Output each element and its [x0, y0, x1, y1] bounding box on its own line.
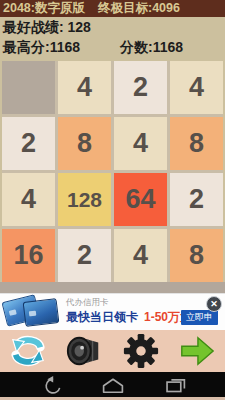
board-bottom-strip — [0, 282, 225, 293]
app-title: 2048:数字原版 — [3, 0, 85, 17]
nav-recents-button[interactable] — [162, 374, 188, 396]
best-score-label: 最好战绩: 128 — [3, 19, 91, 37]
tile-empty — [2, 61, 55, 114]
tile-2: 2 — [170, 173, 223, 226]
credit-card-image-front — [23, 298, 60, 327]
score-label: 分数:1168 — [120, 39, 183, 57]
ad-category: 代办信用卡 — [66, 297, 204, 307]
tile-4: 4 — [58, 61, 111, 114]
tile-128: 128 — [58, 173, 111, 226]
home-icon — [100, 374, 126, 396]
gear-icon — [122, 332, 160, 370]
title-bar: 2048:数字原版 终极目标:4096 — [0, 0, 225, 17]
tile-64: 64 — [114, 173, 167, 226]
score-panel: 最好战绩: 128 最高分:1168 分数:1168 — [0, 17, 225, 58]
speaker-icon — [64, 332, 104, 370]
goal-label: 终极目标:4096 — [98, 0, 180, 17]
restart-button[interactable] — [6, 331, 50, 371]
tile-4: 4 — [114, 117, 167, 170]
ad-banner[interactable]: 代办信用卡 最快当日领卡 1-50万大额 立即申 ✕ — [0, 293, 225, 330]
tile-4: 4 — [170, 61, 223, 114]
green-arrow-icon — [178, 332, 216, 370]
highscore-label: 最高分:1168 — [3, 39, 80, 57]
sound-button[interactable] — [62, 331, 106, 371]
settings-button[interactable] — [119, 331, 163, 371]
best-score-line: 最好战绩: 128 — [3, 18, 222, 38]
tile-2: 2 — [58, 229, 111, 282]
current-score-line: 最高分:1168 分数:1168 — [3, 38, 222, 58]
toolbar — [0, 330, 225, 372]
close-icon: ✕ — [210, 300, 218, 309]
tile-16: 16 — [2, 229, 55, 282]
tile-8: 8 — [58, 117, 111, 170]
nav-back-button[interactable] — [38, 374, 64, 396]
forward-button[interactable] — [175, 331, 219, 371]
nav-home-button[interactable] — [100, 374, 126, 396]
refresh-icon — [9, 332, 47, 370]
tile-2: 2 — [114, 61, 167, 114]
android-navbar — [0, 372, 225, 397]
tile-8: 8 — [170, 229, 223, 282]
tile-8: 8 — [170, 117, 223, 170]
tile-4: 4 — [114, 229, 167, 282]
recents-icon — [162, 374, 188, 396]
tile-2: 2 — [2, 117, 55, 170]
app-screen: 2048:数字原版 终极目标:4096 最好战绩: 128 最高分:1168 分… — [0, 0, 225, 400]
back-icon — [38, 374, 64, 396]
ad-close-button[interactable]: ✕ — [206, 296, 222, 312]
board-grid[interactable]: 4242848412864216248 — [2, 61, 223, 282]
ad-cta-button[interactable]: 立即申 — [181, 310, 218, 325]
tile-4: 4 — [2, 173, 55, 226]
ad-headline: 最快当日领卡 — [66, 309, 138, 326]
